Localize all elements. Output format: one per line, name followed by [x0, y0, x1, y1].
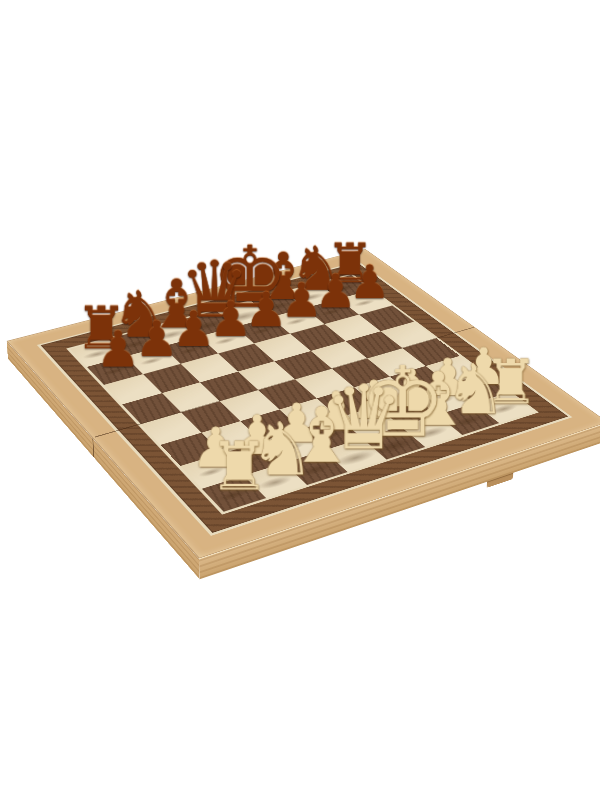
product-photo: ♜♞♝♛♚♝♞♜♟♟♟♟♟♟♟♟♟♟♟♟♟♟♟♟♜♞♝♛♚♝♞♜: [0, 0, 600, 800]
piece-shadow: [284, 317, 310, 327]
piece-shadow: [277, 441, 306, 453]
piece-shadow: [138, 356, 165, 366]
scene: ♜♞♝♛♚♝♞♜♟♟♟♟♟♟♟♟♟♟♟♟♟♟♟♟♜♞♝♛♚♝♞♜: [0, 0, 600, 800]
piece-shadow: [411, 425, 451, 442]
piece-shadow: [318, 308, 344, 317]
piece-shadow: [355, 417, 384, 429]
piece-shadow: [249, 326, 275, 336]
piece-shadow: [176, 346, 203, 356]
clasp-tab: [487, 473, 514, 488]
piece-shadow: [429, 395, 457, 406]
piece-shadow: [80, 348, 113, 360]
piece-shadow: [215, 487, 252, 503]
piece-shadow: [487, 402, 520, 416]
piece-shadow: [237, 453, 267, 466]
piece-shadow: [295, 291, 328, 303]
piece-shadow: [196, 466, 226, 479]
piece-shadow: [465, 384, 492, 395]
piece-shadow: [100, 366, 128, 377]
piece-shadow: [392, 406, 420, 418]
fold-crack: [92, 438, 94, 458]
piece-shadow: [330, 283, 360, 294]
piece-shadow: [449, 413, 486, 429]
piece-shadow: [316, 429, 345, 441]
piece-shadow: [294, 461, 336, 479]
piece-shadow: [352, 298, 377, 307]
piece-shadow: [117, 338, 152, 351]
piece-shadow: [213, 336, 240, 346]
piece-shadow: [255, 474, 295, 492]
chess-board: ♜♞♝♛♚♝♞♜♟♟♟♟♟♟♟♟♟♟♟♟♟♟♟♟♜♞♝♛♚♝♞♜: [7, 249, 600, 559]
board-top-surface: ♜♞♝♛♚♝♞♜♟♟♟♟♟♟♟♟♟♟♟♟♟♟♟♟♜♞♝♛♚♝♞♜: [7, 249, 600, 559]
